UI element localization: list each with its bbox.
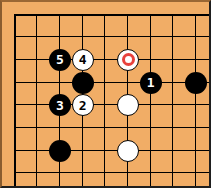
white-stone <box>117 94 139 116</box>
move-number-label: 3 <box>56 99 64 112</box>
move-number-label: 1 <box>147 76 155 89</box>
grid-line-vertical <box>195 14 196 187</box>
red-circle-mark <box>122 53 135 66</box>
grid-line-horizontal <box>14 104 210 105</box>
black-stone: 1 <box>140 72 162 94</box>
grid-line-horizontal <box>14 172 210 173</box>
grid-line-horizontal <box>14 127 210 128</box>
grid-line-vertical <box>150 14 151 187</box>
white-stone: 4 <box>72 49 94 71</box>
grid-line-horizontal <box>14 150 210 151</box>
grid-line-horizontal <box>14 14 210 16</box>
go-diagram: 54132 <box>0 0 211 188</box>
grid-line-horizontal <box>14 36 210 37</box>
white-stone <box>117 140 139 162</box>
black-stone <box>72 72 94 94</box>
black-stone: 3 <box>49 94 71 116</box>
black-stone: 5 <box>49 49 71 71</box>
black-stone <box>185 72 207 94</box>
grid-line-horizontal <box>14 59 210 60</box>
white-stone: 2 <box>72 94 94 116</box>
grid-line-vertical <box>36 14 37 187</box>
go-board: 54132 <box>0 0 211 188</box>
grid-line-vertical <box>172 14 173 187</box>
black-stone <box>49 140 71 162</box>
move-number-label: 4 <box>79 53 87 66</box>
grid-line-vertical <box>14 14 16 187</box>
board-grid: 54132 <box>2 2 209 186</box>
white-stone <box>117 49 139 71</box>
move-number-label: 5 <box>56 53 64 66</box>
grid-line-vertical <box>104 14 105 187</box>
grid-line-horizontal <box>14 82 210 83</box>
move-number-label: 2 <box>79 99 87 112</box>
